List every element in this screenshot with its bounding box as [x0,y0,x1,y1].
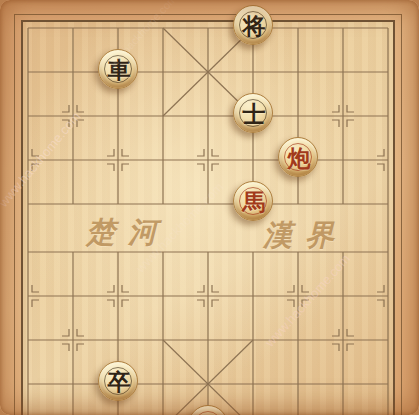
piece-black-chariot[interactable]: 車 [98,49,138,89]
river-label-chu-he: 楚河 [86,213,170,253]
piece-black-soldier[interactable]: 卒 [98,361,138,401]
piece-red-cannon[interactable]: 炮 [278,137,318,177]
xiangqi-board-screenshot: 楚河 漢界 www.hackhome.com www.hackhome.com … [0,0,419,415]
river-label-han-jie: 漢界 [263,216,347,256]
piece-character: 士 [234,94,274,134]
board-grid[interactable] [0,0,419,415]
piece-character: 将 [234,6,274,46]
piece-character: 馬 [234,182,274,222]
piece-black-general[interactable]: 将 [233,5,273,45]
piece-character: 炮 [279,138,319,178]
piece-character: 帥 [189,406,229,415]
piece-character: 車 [99,50,139,90]
piece-red-horse[interactable]: 馬 [233,181,273,221]
piece-character: 卒 [99,362,139,402]
piece-black-advisor[interactable]: 士 [233,93,273,133]
piece-red-general[interactable]: 帥 [188,405,228,415]
